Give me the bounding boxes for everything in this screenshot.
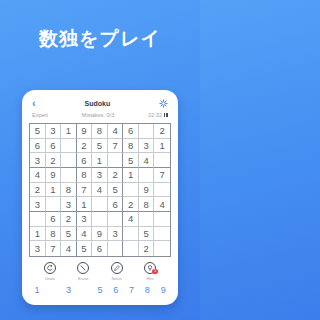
sudoku-cell[interactable] [46, 197, 62, 212]
sudoku-cell[interactable]: 2 [108, 168, 124, 183]
sudoku-cell[interactable]: 8 [123, 139, 139, 154]
sudoku-cell[interactable]: 6 [46, 212, 62, 227]
undo-icon [44, 262, 56, 274]
sudoku-cell[interactable]: 5 [61, 227, 77, 242]
back-chevron-icon[interactable]: ‹ [32, 99, 36, 108]
hint-label: Hint [146, 276, 153, 281]
app-header: ‹ Sudoku [22, 98, 178, 109]
sudoku-cell[interactable]: 3 [30, 241, 46, 256]
sudoku-cell[interactable]: 9 [139, 183, 155, 198]
difficulty-label[interactable]: Expert [32, 112, 48, 118]
sudoku-cell[interactable]: 5 [108, 183, 124, 198]
sudoku-cell[interactable] [154, 241, 170, 256]
numpad-digit[interactable]: 8 [139, 285, 155, 296]
sudoku-cell[interactable] [139, 168, 155, 183]
hint-bulb-icon: 1 [144, 262, 156, 274]
sudoku-cell[interactable]: 8 [139, 197, 155, 212]
sudoku-cell[interactable]: 3 [61, 197, 77, 212]
promo-headline: 数独をプレイ [0, 26, 200, 52]
sudoku-cell[interactable]: 1 [30, 227, 46, 242]
app-title: Sudoku [85, 100, 111, 107]
sudoku-grid: 5319846266257831326154498321721874593316… [29, 123, 171, 257]
sudoku-cell[interactable]: 2 [46, 153, 62, 168]
status-row: Expert Mistakes: 0/3 02:32 [22, 109, 178, 121]
sudoku-cell[interactable]: 6 [30, 139, 46, 154]
numpad-digit[interactable]: 1 [29, 285, 45, 296]
numpad-digit[interactable]: 5 [92, 285, 108, 296]
undo-button[interactable]: Undo [38, 262, 62, 281]
sudoku-cell[interactable]: 6 [92, 241, 108, 256]
sudoku-cell[interactable]: 6 [77, 153, 93, 168]
sudoku-cell[interactable] [154, 153, 170, 168]
notes-pencil-icon [111, 262, 123, 274]
sudoku-cell[interactable]: 1 [154, 139, 170, 154]
toolbar: Undo Erase Notes [22, 262, 178, 281]
sudoku-cell[interactable] [154, 183, 170, 198]
sudoku-cell[interactable] [154, 212, 170, 227]
sudoku-cell[interactable]: 9 [46, 168, 62, 183]
sudoku-cell[interactable]: 6 [108, 197, 124, 212]
settings-gear-icon[interactable] [159, 99, 168, 108]
timer-wrap: 02:32 [148, 112, 168, 118]
sudoku-cell[interactable] [108, 241, 124, 256]
sudoku-cell[interactable]: 6 [46, 139, 62, 154]
sudoku-cell[interactable]: 2 [123, 197, 139, 212]
sudoku-cell[interactable] [154, 227, 170, 242]
numpad-digit[interactable]: 7 [124, 285, 140, 296]
numpad-empty-slot [76, 285, 92, 296]
sudoku-cell[interactable]: 8 [61, 183, 77, 198]
sudoku-cell[interactable] [123, 183, 139, 198]
numpad: 1356789 [29, 285, 171, 296]
sudoku-cell[interactable]: 4 [92, 183, 108, 198]
sudoku-cell[interactable]: 9 [92, 227, 108, 242]
sudoku-cell[interactable]: 2 [30, 183, 46, 198]
pause-icon[interactable] [164, 113, 168, 118]
sudoku-cell[interactable]: 2 [61, 212, 77, 227]
sudoku-cell[interactable]: 2 [139, 241, 155, 256]
sudoku-cell[interactable]: 3 [46, 124, 62, 139]
erase-button[interactable]: Erase [71, 262, 95, 281]
notes-label: Notes [111, 276, 121, 281]
sudoku-cell[interactable]: 1 [77, 197, 93, 212]
undo-label: Undo [45, 276, 55, 281]
sudoku-cell[interactable]: 3 [30, 197, 46, 212]
erase-label: Erase [78, 276, 88, 281]
numpad-digit[interactable]: 6 [108, 285, 124, 296]
promo-screenshot: { "headline": "数独をプレイ", "game": "sudoku"… [0, 0, 200, 320]
numpad-digit[interactable]: 9 [155, 285, 171, 296]
sudoku-cell[interactable]: 5 [92, 139, 108, 154]
sudoku-cell[interactable]: 1 [46, 183, 62, 198]
numpad-empty-slot [45, 285, 61, 296]
sudoku-cell[interactable]: 7 [108, 139, 124, 154]
sudoku-cell[interactable]: 5 [123, 153, 139, 168]
sudoku-cell[interactable]: 1 [61, 124, 77, 139]
sudoku-cell[interactable]: 2 [154, 124, 170, 139]
sudoku-cell[interactable] [123, 241, 139, 256]
sudoku-cell[interactable]: 4 [61, 241, 77, 256]
notes-button[interactable]: Notes [105, 262, 129, 281]
sudoku-cell[interactable] [92, 212, 108, 227]
sudoku-cell[interactable] [108, 153, 124, 168]
sudoku-cell[interactable]: 3 [30, 153, 46, 168]
numpad-digit[interactable]: 3 [61, 285, 77, 296]
sudoku-cell[interactable]: 8 [77, 168, 93, 183]
sudoku-cell[interactable] [61, 168, 77, 183]
sudoku-cell[interactable]: 1 [123, 168, 139, 183]
sudoku-cell[interactable] [92, 197, 108, 212]
mistakes-counter: Mistakes: 0/3 [82, 112, 114, 118]
sudoku-cell[interactable]: 4 [154, 197, 170, 212]
sudoku-cell[interactable] [108, 212, 124, 227]
erase-icon [77, 262, 89, 274]
sudoku-cell[interactable]: 4 [30, 168, 46, 183]
sudoku-cell[interactable]: 3 [139, 139, 155, 154]
phone-mockup: ‹ Sudoku Expert Mistakes: 0/3 02:32 5319… [22, 90, 178, 305]
sudoku-cell[interactable]: 5 [139, 227, 155, 242]
sudoku-cell[interactable] [61, 139, 77, 154]
sudoku-cell[interactable]: 7 [154, 168, 170, 183]
sudoku-cell[interactable]: 7 [77, 183, 93, 198]
sudoku-cell[interactable] [30, 212, 46, 227]
sudoku-cell[interactable]: 5 [30, 124, 46, 139]
sudoku-cell[interactable]: 5 [77, 241, 93, 256]
sudoku-cell[interactable]: 9 [77, 124, 93, 139]
sudoku-cell[interactable] [61, 153, 77, 168]
sudoku-cell[interactable]: 4 [108, 124, 124, 139]
sudoku-cell[interactable]: 8 [92, 124, 108, 139]
sudoku-cell[interactable]: 1 [92, 153, 108, 168]
hint-badge: 1 [152, 269, 158, 275]
sudoku-cell[interactable]: 3 [77, 212, 93, 227]
sudoku-cell[interactable]: 8 [46, 227, 62, 242]
hint-button[interactable]: 1 Hint [138, 262, 162, 281]
sudoku-cell[interactable]: 4 [77, 227, 93, 242]
timer-value: 02:32 [148, 112, 162, 118]
sudoku-cell[interactable] [139, 124, 155, 139]
sudoku-cell[interactable]: 4 [139, 153, 155, 168]
sudoku-cell[interactable]: 2 [77, 139, 93, 154]
sudoku-cell[interactable] [123, 227, 139, 242]
sudoku-cell[interactable]: 7 [46, 241, 62, 256]
sudoku-cell[interactable]: 6 [123, 124, 139, 139]
sudoku-cell[interactable]: 4 [123, 212, 139, 227]
sudoku-cell[interactable]: 3 [92, 168, 108, 183]
sudoku-cell[interactable] [139, 212, 155, 227]
sudoku-cell[interactable]: 3 [108, 227, 124, 242]
